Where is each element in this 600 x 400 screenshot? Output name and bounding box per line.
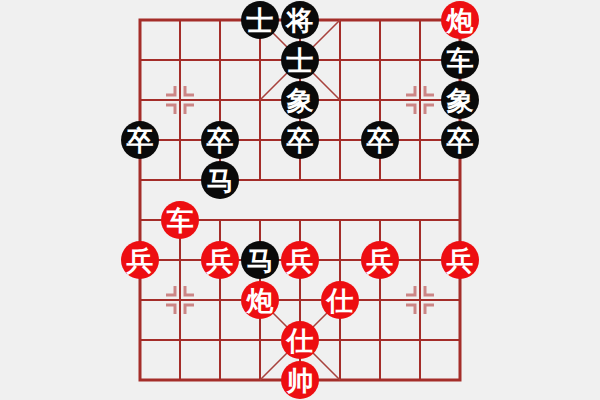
piece-red-advisor[interactable]: 仕 xyxy=(320,280,360,320)
black-horse-glyph: 马 xyxy=(201,161,239,199)
xiangqi-screenshot: 士将炮士车象象卒卒卒卒卒马车兵兵马兵兵兵炮仕仕帅 xyxy=(0,0,600,400)
piece-red-soldier[interactable]: 兵 xyxy=(280,240,320,280)
black-soldier-glyph: 卒 xyxy=(201,121,239,159)
piece-red-chariot[interactable]: 车 xyxy=(160,200,200,240)
piece-black-chariot[interactable]: 车 xyxy=(440,40,480,80)
black-chariot-glyph: 车 xyxy=(441,41,479,79)
black-soldier-glyph: 卒 xyxy=(121,121,159,159)
black-soldier-glyph: 卒 xyxy=(281,121,319,159)
piece-black-soldier[interactable]: 卒 xyxy=(440,120,480,160)
piece-red-soldier[interactable]: 兵 xyxy=(360,240,400,280)
red-soldier-glyph: 兵 xyxy=(441,241,479,279)
piece-red-soldier[interactable]: 兵 xyxy=(200,240,240,280)
red-soldier-glyph: 兵 xyxy=(121,241,159,279)
piece-red-general[interactable]: 帅 xyxy=(280,360,320,400)
piece-black-horse[interactable]: 马 xyxy=(200,160,240,200)
piece-black-elephant[interactable]: 象 xyxy=(280,80,320,120)
black-elephant-glyph: 象 xyxy=(441,81,479,119)
black-advisor-glyph: 士 xyxy=(241,1,279,39)
red-soldier-glyph: 兵 xyxy=(361,241,399,279)
red-general-glyph: 帅 xyxy=(281,361,319,399)
piece-red-cannon[interactable]: 炮 xyxy=(440,0,480,40)
piece-black-soldier[interactable]: 卒 xyxy=(120,120,160,160)
xiangqi-board[interactable]: 士将炮士车象象卒卒卒卒卒马车兵兵马兵兵兵炮仕仕帅 xyxy=(120,0,480,400)
piece-black-general[interactable]: 将 xyxy=(280,0,320,40)
red-cannon-glyph: 炮 xyxy=(441,1,479,39)
red-advisor-glyph: 仕 xyxy=(281,321,319,359)
piece-black-soldier[interactable]: 卒 xyxy=(280,120,320,160)
black-advisor-glyph: 士 xyxy=(281,41,319,79)
piece-black-soldier[interactable]: 卒 xyxy=(200,120,240,160)
piece-red-cannon[interactable]: 炮 xyxy=(240,280,280,320)
piece-black-horse[interactable]: 马 xyxy=(240,240,280,280)
red-cannon-glyph: 炮 xyxy=(241,281,279,319)
red-soldier-glyph: 兵 xyxy=(201,241,239,279)
piece-red-soldier[interactable]: 兵 xyxy=(440,240,480,280)
piece-black-advisor[interactable]: 士 xyxy=(240,0,280,40)
red-soldier-glyph: 兵 xyxy=(281,241,319,279)
black-horse-glyph: 马 xyxy=(241,241,279,279)
piece-red-soldier[interactable]: 兵 xyxy=(120,240,160,280)
piece-black-soldier[interactable]: 卒 xyxy=(360,120,400,160)
red-advisor-glyph: 仕 xyxy=(321,281,359,319)
piece-red-advisor[interactable]: 仕 xyxy=(280,320,320,360)
red-chariot-glyph: 车 xyxy=(161,201,199,239)
black-general-glyph: 将 xyxy=(281,1,319,39)
pieces-layer: 士将炮士车象象卒卒卒卒卒马车兵兵马兵兵兵炮仕仕帅 xyxy=(120,0,480,400)
piece-black-advisor[interactable]: 士 xyxy=(280,40,320,80)
black-soldier-glyph: 卒 xyxy=(361,121,399,159)
piece-black-elephant[interactable]: 象 xyxy=(440,80,480,120)
black-soldier-glyph: 卒 xyxy=(441,121,479,159)
black-elephant-glyph: 象 xyxy=(281,81,319,119)
